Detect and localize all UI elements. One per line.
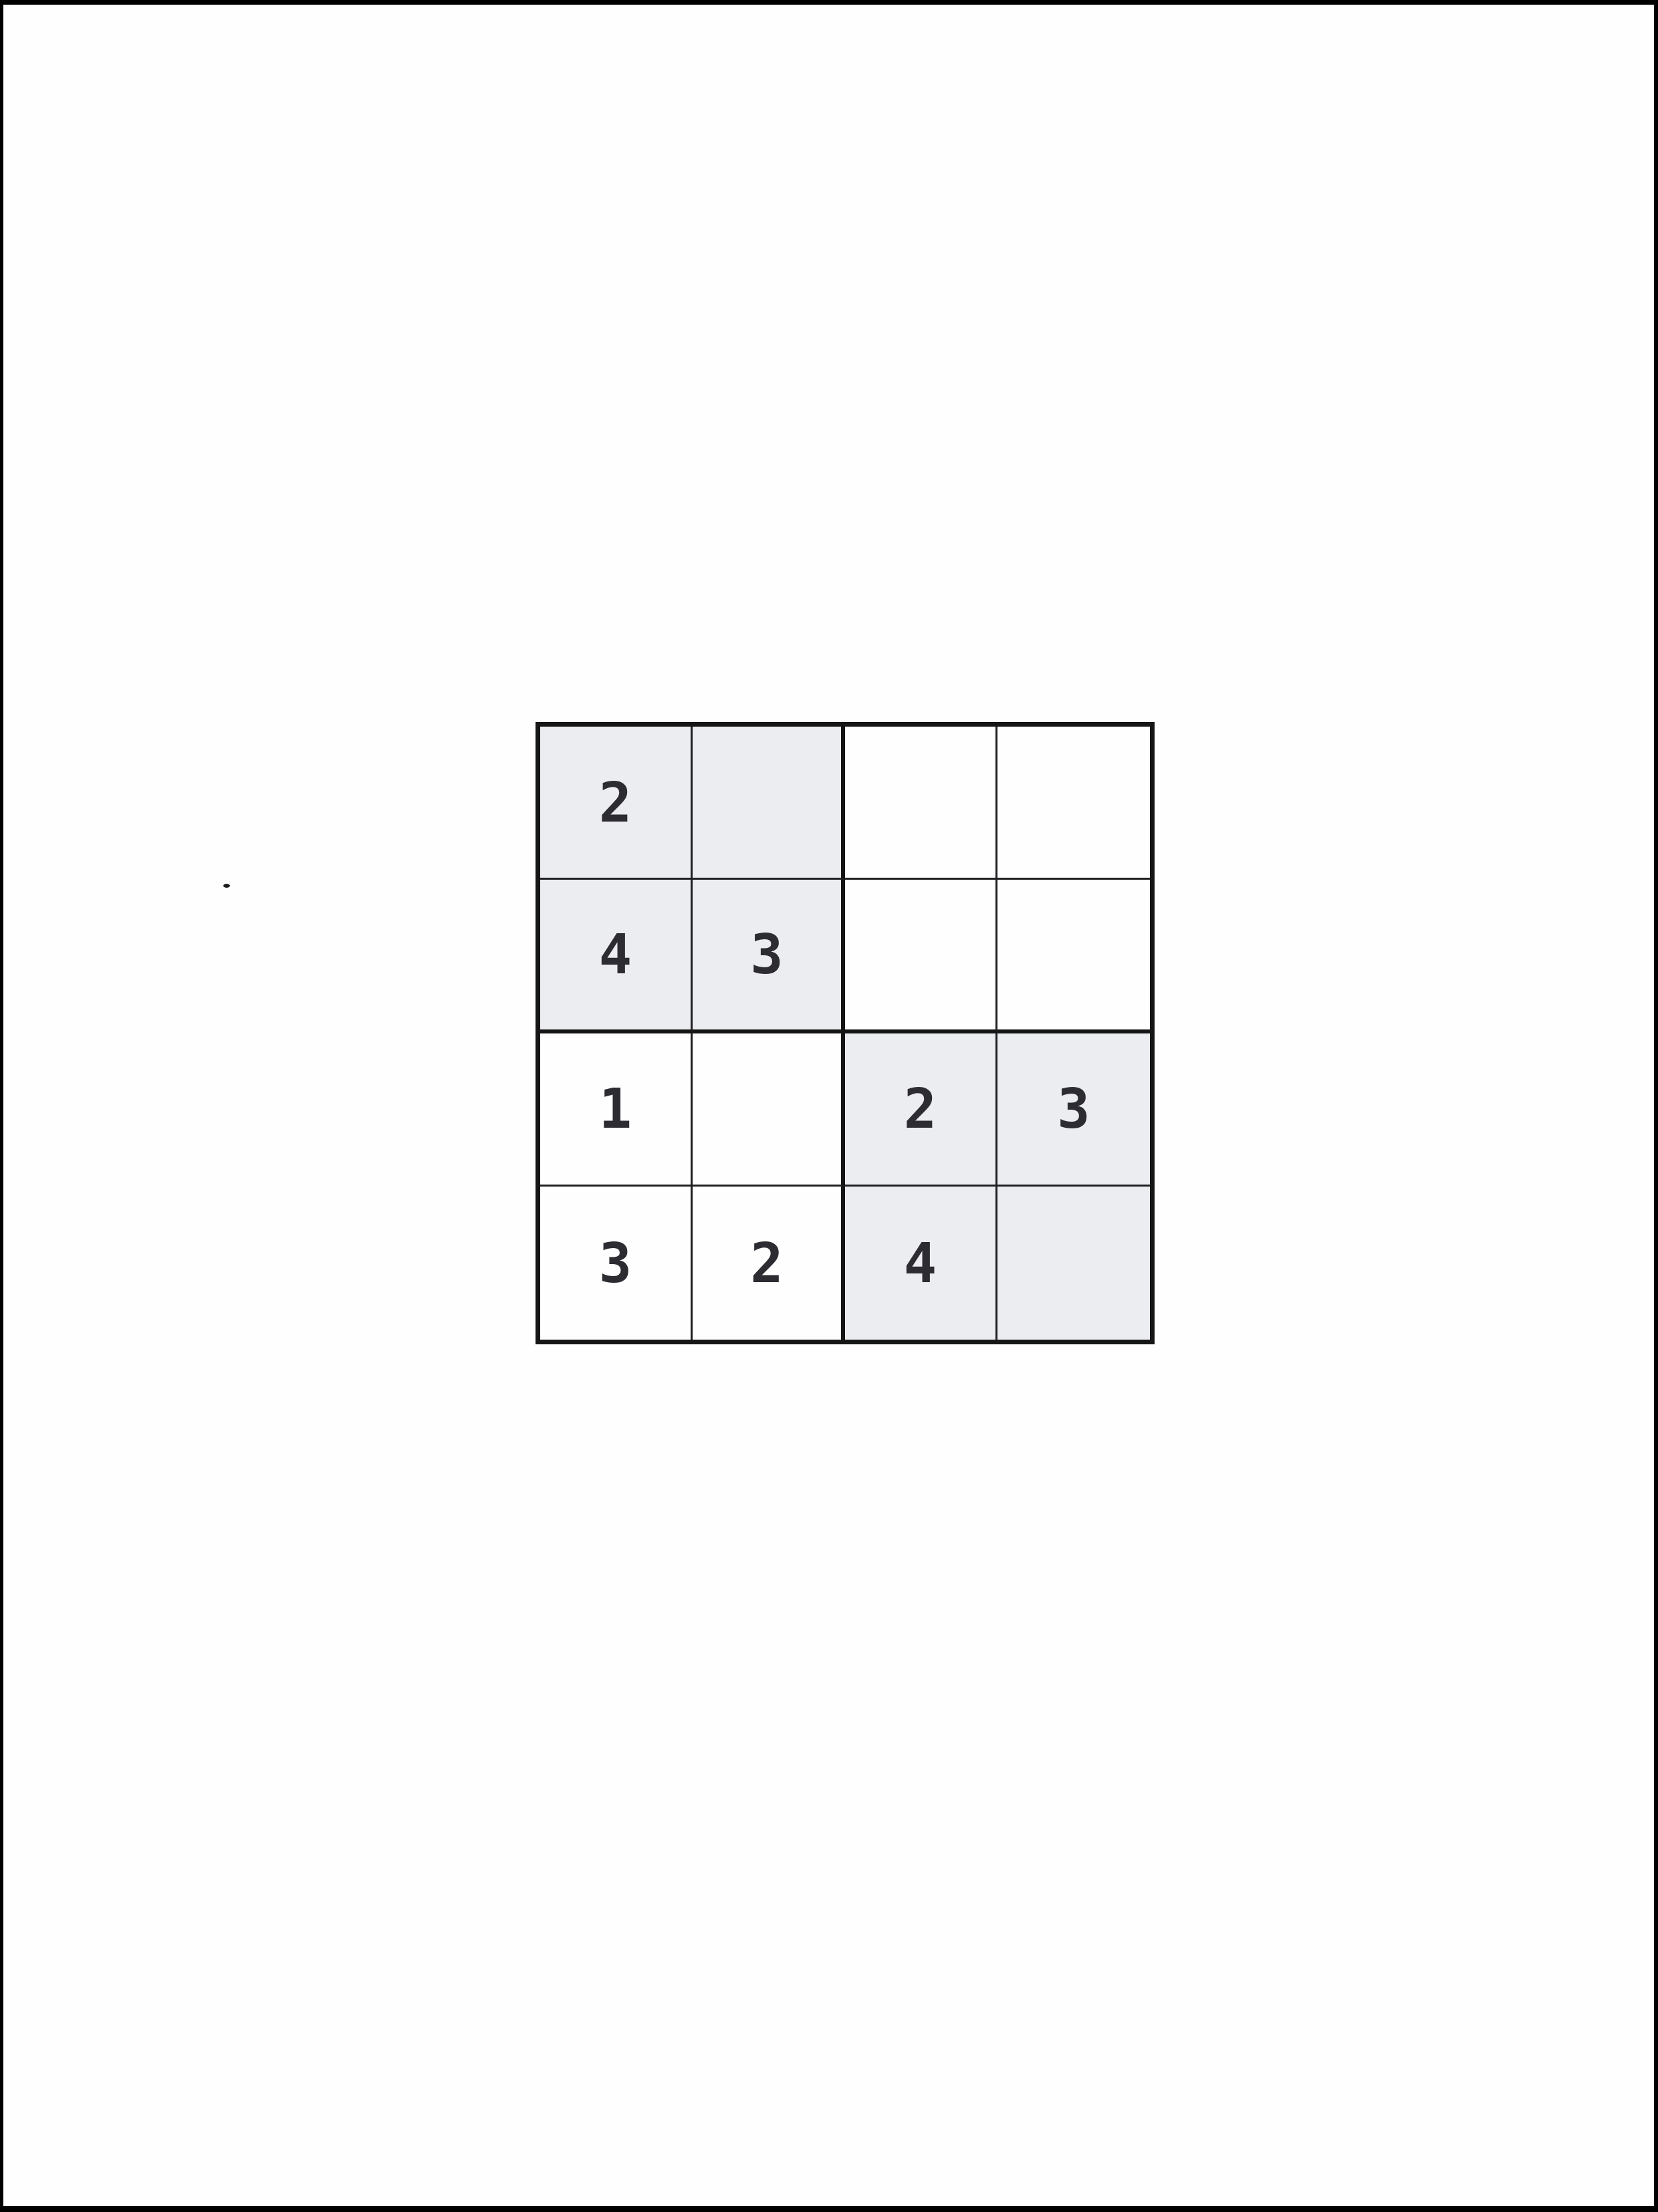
cell-r4c4 — [997, 1187, 1150, 1340]
cell-r2c2: 3 — [693, 880, 845, 1033]
cell-r4c1: 3 — [540, 1187, 693, 1340]
sudoku-board: 243123324 — [536, 722, 1155, 1344]
cell-r3c2 — [693, 1033, 845, 1187]
cell-r1c4 — [997, 727, 1150, 880]
cell-r3c1: 1 — [540, 1033, 693, 1187]
cell-r4c3: 4 — [845, 1187, 997, 1340]
cell-r2c3 — [845, 880, 997, 1033]
cell-r1c2 — [693, 727, 845, 880]
cell-r3c3: 2 — [845, 1033, 997, 1187]
ink-speck — [223, 884, 230, 888]
cell-r2c1: 4 — [540, 880, 693, 1033]
cell-r3c4: 3 — [997, 1033, 1150, 1187]
cell-r1c1: 2 — [540, 727, 693, 880]
paper-background: 243123324 — [3, 5, 1654, 2206]
scanned-page: { "game": "sudoku", "variant": "4x4", "p… — [0, 0, 1658, 2212]
cell-r4c2: 2 — [693, 1187, 845, 1340]
cell-r2c4 — [997, 880, 1150, 1033]
cell-r1c3 — [845, 727, 997, 880]
